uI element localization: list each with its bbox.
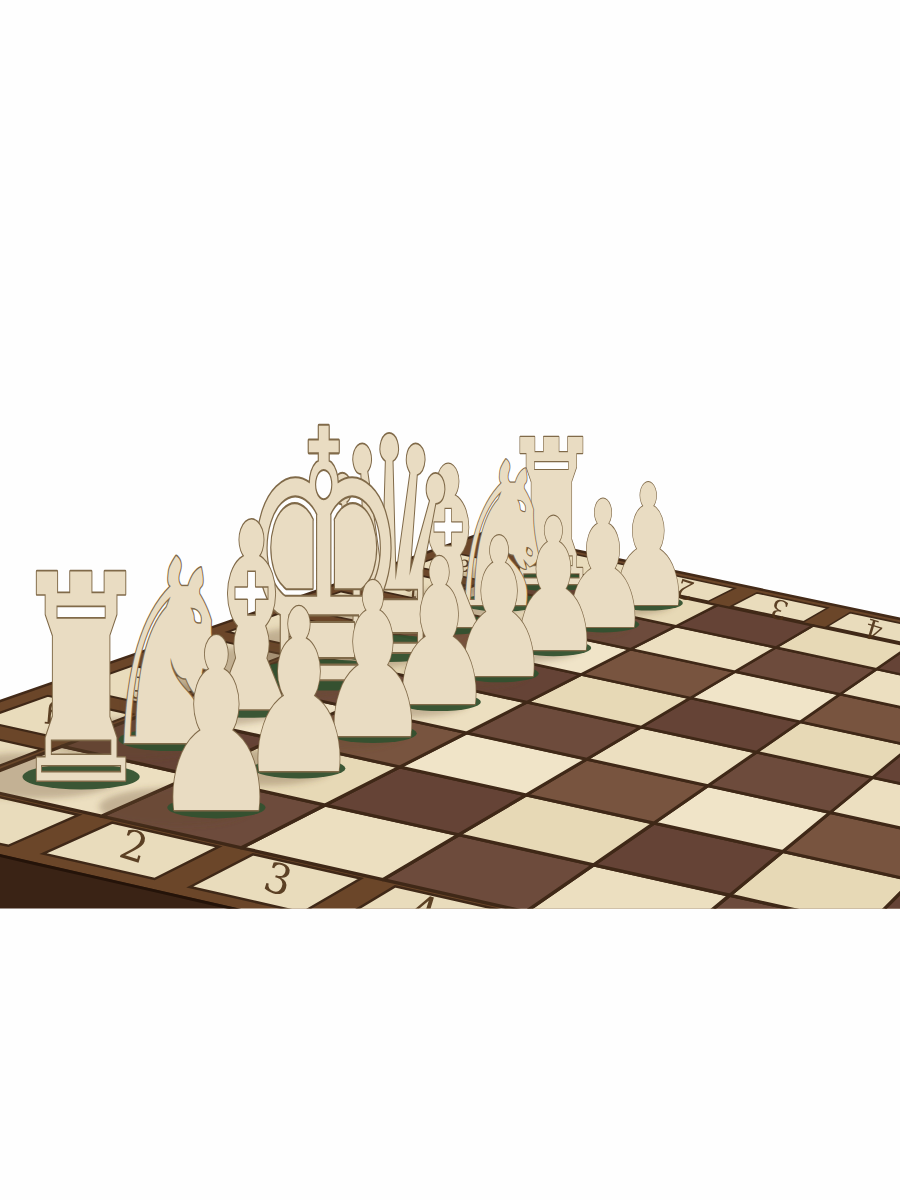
chess-board-photo: 1122334455667788hgfedcba♜♞♟♟♝♟♛♟♚♟♝♟♞♟♜♟	[0, 0, 900, 1200]
piece-pawn-h2: ♟	[152, 588, 281, 867]
near-border-cell-rank-6	[639, 952, 795, 1016]
near-border-cell-rank-5	[488, 919, 649, 981]
square-h7	[816, 926, 900, 1011]
board-photo-svg: 1122334455667788hgfedcba♜♞♟♟♝♟♛♟♚♟♝♟♞♟♜♟	[0, 0, 900, 1200]
near-border-cell-rank-7	[792, 985, 900, 1051]
near-rank-label-7: 7	[850, 986, 890, 1041]
near-rank-label-6: 6	[700, 952, 740, 1007]
near-rank-label-5: 5	[551, 918, 591, 973]
chess-board: 1122334455667788hgfedcba♜♞♟♟♝♟♛♟♚♟♝♟♞♟♜♟	[0, 0, 900, 1200]
